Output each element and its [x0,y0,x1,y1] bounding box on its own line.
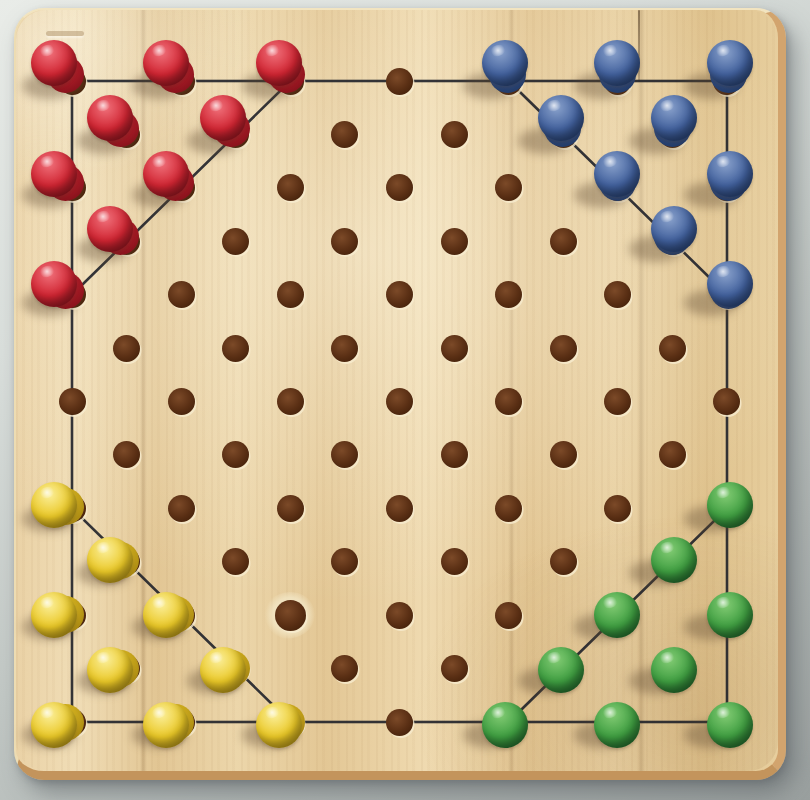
holes-layer [0,0,810,800]
peg-head [707,592,753,638]
peg-head [87,206,133,252]
peg-head [707,261,753,307]
peg-head [594,592,640,638]
hole-r9-c7[interactable] [441,548,468,575]
peg-head [200,95,246,141]
hole-r2-c6[interactable] [386,174,413,201]
hole-r6-c6[interactable] [386,388,413,415]
peg-head [31,702,77,748]
hole-r7-c1[interactable] [113,441,140,468]
hole-r4-c8[interactable] [495,281,522,308]
peg-head [651,537,697,583]
peg-head [31,151,77,197]
hole-r6-c12[interactable] [713,388,740,415]
hole-r1-c7[interactable] [441,121,468,148]
peg-head [482,702,528,748]
peg-head [256,40,302,86]
hole-r10-c8[interactable] [495,602,522,629]
hole-r5-c7[interactable] [441,335,468,362]
hole-r5-c5[interactable] [331,335,358,362]
hole-r7-c11[interactable] [659,441,686,468]
hole-r9-c5[interactable] [331,548,358,575]
hole-r10-c6[interactable] [386,602,413,629]
hole-r2-c4[interactable] [277,174,304,201]
hole-r2-c8[interactable] [495,174,522,201]
peg-head [31,40,77,86]
peg-head [482,40,528,86]
hole-r8-c6[interactable] [386,495,413,522]
hole-r9-c9[interactable] [550,548,577,575]
hole-r6-c2[interactable] [168,388,195,415]
hole-r7-c9[interactable] [550,441,577,468]
hole-r7-c7[interactable] [441,441,468,468]
peg-head [594,702,640,748]
hole-r5-c3[interactable] [222,335,249,362]
hole-r5-c9[interactable] [550,335,577,362]
peg-head [707,482,753,528]
peg-head [31,482,77,528]
peg-head [87,95,133,141]
hole-r9-c3[interactable] [222,548,249,575]
hole-r4-c4[interactable] [277,281,304,308]
peg-head [31,592,77,638]
peg-head [200,647,246,693]
hole-r12-c6[interactable] [386,709,413,736]
hole-r10-c4[interactable] [275,600,306,631]
photo-background [0,0,810,800]
peg-head [538,647,584,693]
hole-r6-c4[interactable] [277,388,304,415]
hole-r8-c10[interactable] [604,495,631,522]
peg-head [256,702,302,748]
hole-r5-c1[interactable] [113,335,140,362]
peg-head [143,151,189,197]
hole-r11-c5[interactable] [331,655,358,682]
peg-head [87,647,133,693]
hole-r4-c2[interactable] [168,281,195,308]
hole-r8-c8[interactable] [495,495,522,522]
peg-head [707,151,753,197]
peg-head [143,592,189,638]
hole-r5-c11[interactable] [659,335,686,362]
peg-head [594,151,640,197]
hole-r7-c5[interactable] [331,441,358,468]
hole-r8-c2[interactable] [168,495,195,522]
hole-r7-c3[interactable] [222,441,249,468]
hole-r4-c10[interactable] [604,281,631,308]
hole-r8-c4[interactable] [277,495,304,522]
peg-head [31,261,77,307]
hole-r4-c6[interactable] [386,281,413,308]
hole-r6-c0[interactable] [59,388,86,415]
hole-r6-c10[interactable] [604,388,631,415]
peg-head [651,647,697,693]
peg-head [651,95,697,141]
hole-r0-c6[interactable] [386,68,413,95]
peg-head [707,702,753,748]
hole-r3-c5[interactable] [331,228,358,255]
hole-r3-c7[interactable] [441,228,468,255]
hole-r1-c5[interactable] [331,121,358,148]
hole-r6-c8[interactable] [495,388,522,415]
peg-head [87,537,133,583]
peg-head [651,206,697,252]
hole-r11-c7[interactable] [441,655,468,682]
hole-r3-c3[interactable] [222,228,249,255]
hole-r3-c9[interactable] [550,228,577,255]
